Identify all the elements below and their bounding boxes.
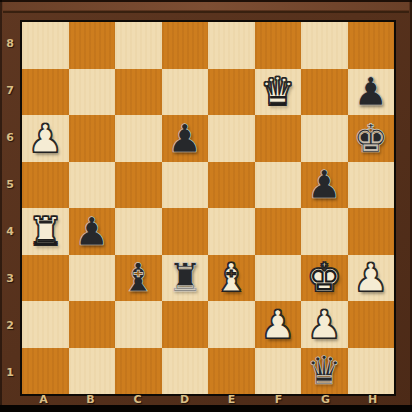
square-a2[interactable] [22, 301, 69, 348]
black-queen-g1[interactable]: ♛ [307, 351, 342, 390]
square-g7[interactable] [301, 69, 348, 116]
square-a3[interactable] [22, 255, 69, 302]
square-b6[interactable] [69, 115, 116, 162]
square-g1[interactable]: ♛ [301, 348, 348, 395]
square-f2[interactable]: ♟ [255, 301, 302, 348]
square-g6[interactable] [301, 115, 348, 162]
square-c5[interactable] [115, 162, 162, 209]
square-e3[interactable]: ♝ [208, 255, 255, 302]
white-pawn-f2[interactable]: ♟ [260, 305, 295, 344]
square-e2[interactable] [208, 301, 255, 348]
square-h5[interactable] [348, 162, 395, 209]
square-d7[interactable] [162, 69, 209, 116]
square-b3[interactable] [69, 255, 116, 302]
black-pawn-b4[interactable]: ♟ [74, 212, 109, 251]
square-b7[interactable] [69, 69, 116, 116]
square-f5[interactable] [255, 162, 302, 209]
square-h3[interactable]: ♟ [348, 255, 395, 302]
square-d5[interactable] [162, 162, 209, 209]
white-bishop-e3[interactable]: ♝ [214, 258, 249, 297]
white-pawn-a6[interactable]: ♟ [28, 119, 63, 158]
square-f3[interactable] [255, 255, 302, 302]
rank-label-1: 1 [0, 349, 20, 396]
black-pawn-d6[interactable]: ♟ [167, 119, 202, 158]
square-d8[interactable] [162, 22, 209, 69]
board-frame: 87654321 ♛♟♟♟♚♟♜♟♝♜♝♚♟♟♟♛ ABCDEFGH [0, 0, 412, 412]
square-h8[interactable] [348, 22, 395, 69]
rank-label-7: 7 [0, 67, 20, 114]
white-king-g3[interactable]: ♚ [307, 258, 342, 297]
black-pawn-g5[interactable]: ♟ [307, 165, 342, 204]
white-pawn-h3[interactable]: ♟ [353, 258, 388, 297]
square-h6[interactable]: ♚ [348, 115, 395, 162]
square-g2[interactable]: ♟ [301, 301, 348, 348]
square-c7[interactable] [115, 69, 162, 116]
square-f1[interactable] [255, 348, 302, 395]
square-g5[interactable]: ♟ [301, 162, 348, 209]
square-e1[interactable] [208, 348, 255, 395]
square-g3[interactable]: ♚ [301, 255, 348, 302]
white-queen-f7[interactable]: ♛ [260, 72, 295, 111]
rank-labels: 87654321 [0, 20, 20, 396]
square-b1[interactable] [69, 348, 116, 395]
square-d4[interactable] [162, 208, 209, 255]
black-rook-d3[interactable]: ♜ [167, 258, 202, 297]
square-a5[interactable] [22, 162, 69, 209]
square-a1[interactable] [22, 348, 69, 395]
square-c1[interactable] [115, 348, 162, 395]
black-bishop-c3[interactable]: ♝ [121, 258, 156, 297]
frame-bottom-strip [0, 405, 412, 412]
square-a8[interactable] [22, 22, 69, 69]
square-h4[interactable] [348, 208, 395, 255]
square-c8[interactable] [115, 22, 162, 69]
frame-bevel-highlight [3, 2, 409, 10]
rank-label-3: 3 [0, 255, 20, 302]
frame-bevel-seam [3, 11, 409, 13]
square-c4[interactable] [115, 208, 162, 255]
rank-label-5: 5 [0, 161, 20, 208]
square-g8[interactable] [301, 22, 348, 69]
square-c2[interactable] [115, 301, 162, 348]
square-f8[interactable] [255, 22, 302, 69]
square-b5[interactable] [69, 162, 116, 209]
square-h2[interactable] [348, 301, 395, 348]
rank-label-4: 4 [0, 208, 20, 255]
black-pawn-h7[interactable]: ♟ [353, 72, 388, 111]
square-e7[interactable] [208, 69, 255, 116]
square-f6[interactable] [255, 115, 302, 162]
rank-label-8: 8 [0, 20, 20, 67]
square-g4[interactable] [301, 208, 348, 255]
square-a4[interactable]: ♜ [22, 208, 69, 255]
square-e4[interactable] [208, 208, 255, 255]
rank-label-2: 2 [0, 302, 20, 349]
square-e6[interactable] [208, 115, 255, 162]
rank-label-6: 6 [0, 114, 20, 161]
square-h1[interactable] [348, 348, 395, 395]
square-b2[interactable] [69, 301, 116, 348]
square-d3[interactable]: ♜ [162, 255, 209, 302]
board[interactable]: ♛♟♟♟♚♟♜♟♝♜♝♚♟♟♟♛ [20, 20, 396, 396]
square-c6[interactable] [115, 115, 162, 162]
square-e5[interactable] [208, 162, 255, 209]
square-c3[interactable]: ♝ [115, 255, 162, 302]
square-a6[interactable]: ♟ [22, 115, 69, 162]
white-rook-a4[interactable]: ♜ [28, 212, 63, 251]
square-e8[interactable] [208, 22, 255, 69]
square-d2[interactable] [162, 301, 209, 348]
square-d1[interactable] [162, 348, 209, 395]
square-a7[interactable] [22, 69, 69, 116]
square-h7[interactable]: ♟ [348, 69, 395, 116]
square-d6[interactable]: ♟ [162, 115, 209, 162]
white-pawn-g2[interactable]: ♟ [307, 305, 342, 344]
black-king-h6[interactable]: ♚ [353, 119, 388, 158]
square-b4[interactable]: ♟ [69, 208, 116, 255]
square-b8[interactable] [69, 22, 116, 69]
square-f4[interactable] [255, 208, 302, 255]
square-f7[interactable]: ♛ [255, 69, 302, 116]
